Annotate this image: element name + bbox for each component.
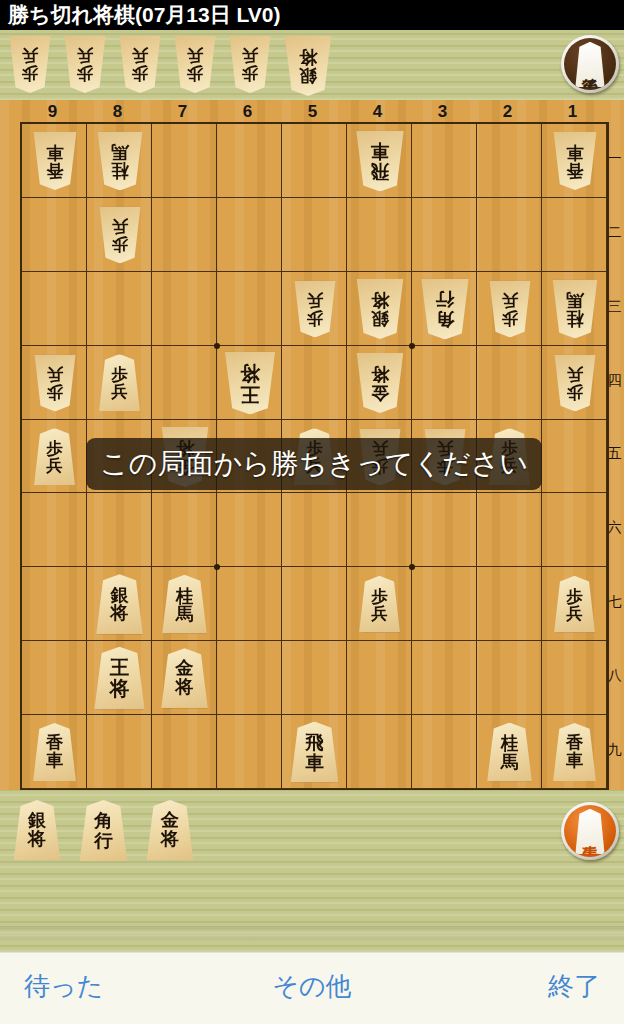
sente-badge-piece-shape: 先手	[574, 809, 605, 855]
instruction-text: この局面から勝ちきってください	[100, 445, 528, 483]
file-label-5: 5	[280, 102, 345, 121]
shogi-piece-金将-4四[interactable]: 金将	[355, 353, 405, 413]
shogi-piece-歩兵-9五[interactable]: 歩兵	[33, 428, 77, 485]
shogi-piece-歩兵-4七[interactable]: 歩兵	[358, 576, 402, 633]
shogi-piece-桂馬-2九[interactable]: 桂馬	[486, 723, 534, 782]
shogi-piece-王将-6四[interactable]: 王将	[223, 351, 277, 414]
file-label-4: 4	[345, 102, 410, 121]
shogi-piece-銀将-hand[interactable]: 銀将	[12, 800, 62, 860]
tatami-edge	[0, 926, 624, 940]
shogi-piece-角行-hand[interactable]: 角行	[78, 800, 129, 861]
bottom-toolbar: 待った その他 終了	[0, 952, 624, 1024]
shogi-piece-歩兵-1四[interactable]: 歩兵	[553, 354, 597, 411]
shogi-piece-歩兵-5三[interactable]: 歩兵	[293, 280, 337, 337]
shogi-piece-歩兵-1七[interactable]: 歩兵	[553, 576, 597, 633]
shogi-piece-飛車-4一[interactable]: 飛車	[354, 130, 405, 191]
shogi-piece-角行-3三[interactable]: 角行	[419, 278, 470, 339]
gote-badge-piece-shape: 後手	[574, 42, 605, 88]
shogi-piece-歩兵-hand[interactable]: 歩兵	[8, 36, 52, 93]
file-label-7: 7	[150, 102, 215, 121]
gote-badge-core: 後手	[564, 38, 616, 90]
shogi-piece-歩兵-8二[interactable]: 歩兵	[98, 206, 142, 263]
gote-badge: 後手	[561, 35, 619, 93]
shogi-piece-桂馬-1三[interactable]: 桂馬	[551, 279, 599, 338]
hoshi-dot	[409, 564, 415, 570]
hoshi-dot	[214, 343, 220, 349]
shogi-piece-歩兵-hand[interactable]: 歩兵	[173, 36, 217, 93]
sente-badge-label: 先手	[582, 831, 599, 833]
shogi-piece-歩兵-2三[interactable]: 歩兵	[488, 280, 532, 337]
shogi-piece-銀将-hand[interactable]: 銀将	[283, 36, 333, 96]
file-label-2: 2	[475, 102, 540, 121]
gote-hand-pieces: 歩兵歩兵歩兵歩兵歩兵銀将	[8, 36, 333, 96]
shogi-piece-歩兵-8四[interactable]: 歩兵	[98, 354, 142, 411]
file-label-3: 3	[410, 102, 475, 121]
shogi-piece-銀将-4三[interactable]: 銀将	[355, 279, 405, 339]
shogi-piece-銀将-8七[interactable]: 銀将	[95, 574, 145, 634]
undo-button[interactable]: 待った	[24, 969, 103, 1004]
shogi-piece-歩兵-hand[interactable]: 歩兵	[63, 36, 107, 93]
sente-badge-core: 先手	[564, 805, 616, 857]
hoshi-dot	[214, 564, 220, 570]
shogi-piece-香車-1九[interactable]: 香車	[552, 723, 598, 781]
hoshi-dot	[409, 343, 415, 349]
shogi-piece-桂馬-8一[interactable]: 桂馬	[96, 131, 144, 190]
file-label-9: 9	[20, 102, 85, 121]
file-label-6: 6	[215, 102, 280, 121]
shogi-piece-王将-8八[interactable]: 王将	[93, 647, 147, 710]
shogi-piece-香車-9一[interactable]: 香車	[32, 132, 78, 190]
sente-hand-tray: 銀将角行金将 先手	[0, 790, 624, 952]
file-label-8: 8	[85, 102, 150, 121]
shogi-piece-香車-1一[interactable]: 香車	[552, 132, 598, 190]
shogi-piece-桂馬-7七[interactable]: 桂馬	[161, 575, 209, 634]
file-label-1: 1	[540, 102, 605, 121]
gote-badge-label: 後手	[582, 64, 599, 66]
sente-hand-pieces: 銀将角行金将	[12, 800, 195, 861]
shogi-piece-歩兵-9四[interactable]: 歩兵	[33, 354, 77, 411]
shogi-piece-歩兵-hand[interactable]: 歩兵	[228, 36, 272, 93]
shogi-piece-香車-9九[interactable]: 香車	[32, 723, 78, 781]
shogi-piece-飛車-5九[interactable]: 飛車	[289, 722, 340, 783]
instruction-overlay: この局面から勝ちきってください	[86, 438, 542, 490]
shogi-piece-歩兵-hand[interactable]: 歩兵	[118, 36, 162, 93]
gote-hand-tray: 歩兵歩兵歩兵歩兵歩兵銀将 後手	[0, 30, 624, 100]
quit-button[interactable]: 終了	[548, 969, 600, 1004]
shogi-piece-金将-hand[interactable]: 金将	[145, 800, 195, 860]
sente-badge: 先手	[561, 802, 619, 860]
app-title: 勝ち切れ将棋(07月13日 LV0)	[8, 3, 280, 26]
other-button[interactable]: その他	[272, 969, 351, 1004]
shogi-piece-金将-7八[interactable]: 金将	[160, 648, 210, 708]
title-bar: 勝ち切れ将棋(07月13日 LV0)	[0, 0, 624, 30]
